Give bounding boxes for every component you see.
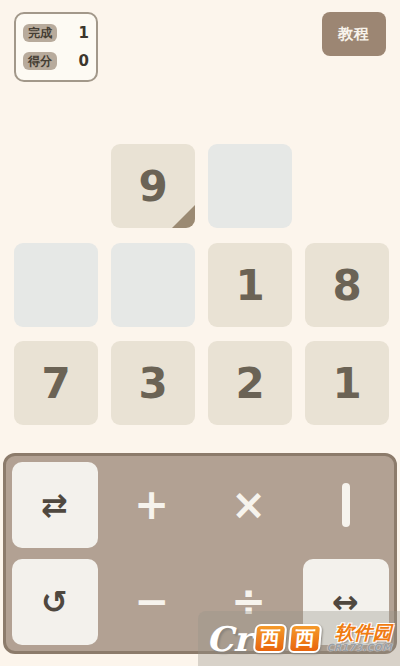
arrows-horizontal-key-face: ↔ <box>303 559 389 645</box>
tile-2[interactable]: 2 <box>208 341 292 425</box>
left-right-arrow-icon: ↔ <box>332 586 359 618</box>
undo-key[interactable]: ↺ <box>6 554 103 652</box>
multiply-key[interactable]: × <box>200 456 297 554</box>
tile-2-value: 2 <box>235 359 264 408</box>
tile-9-value: 9 <box>138 162 167 211</box>
tile-8-value: 8 <box>332 261 361 310</box>
divide-icon: ÷ <box>231 581 266 623</box>
swap-key[interactable]: ⇄ <box>6 456 103 554</box>
divide-key[interactable]: ÷ <box>200 554 297 652</box>
operator-keypad: ⇄ + × ↺ − ÷ ↔ <box>3 453 397 654</box>
tile-9[interactable]: 9 <box>111 144 195 228</box>
score-label: 得分 <box>23 52 57 70</box>
tile-3[interactable]: 3 <box>111 341 195 425</box>
tile-7[interactable]: 7 <box>14 341 98 425</box>
completed-stat: 完成 1 <box>23 24 89 42</box>
tile-3-value: 3 <box>138 359 167 408</box>
score-value: 0 <box>79 52 89 70</box>
tile-1b-value: 1 <box>332 359 361 408</box>
swap-key-face: ⇄ <box>12 462 98 548</box>
plus-icon: + <box>134 484 169 526</box>
arrows-horizontal-key[interactable]: ↔ <box>297 554 394 652</box>
bar-key[interactable] <box>297 456 394 554</box>
vertical-bar-icon <box>342 483 350 527</box>
tile-8[interactable]: 8 <box>305 243 389 327</box>
completed-label: 完成 <box>23 24 57 42</box>
empty-slot-r2c1[interactable] <box>14 243 98 327</box>
multiply-icon: × <box>231 484 266 526</box>
empty-slot-r1c3[interactable] <box>208 144 292 228</box>
score-stat: 得分 0 <box>23 52 89 70</box>
tile-1a-value: 1 <box>235 261 264 310</box>
add-key[interactable]: + <box>103 456 200 554</box>
completed-value: 1 <box>79 24 89 42</box>
stats-panel: 完成 1 得分 0 <box>14 12 98 82</box>
tutorial-button[interactable]: 教程 <box>322 12 386 56</box>
minus-icon: − <box>134 581 169 623</box>
undo-icon: ↺ <box>41 586 68 618</box>
tile-7-value: 7 <box>41 359 70 408</box>
subtract-key[interactable]: − <box>103 554 200 652</box>
empty-slot-r2c2[interactable] <box>111 243 195 327</box>
undo-key-face: ↺ <box>12 559 98 645</box>
tile-1a[interactable]: 1 <box>208 243 292 327</box>
tile-1b[interactable]: 1 <box>305 341 389 425</box>
folded-corner-icon <box>172 205 195 228</box>
swap-arrows-icon: ⇄ <box>41 489 68 521</box>
